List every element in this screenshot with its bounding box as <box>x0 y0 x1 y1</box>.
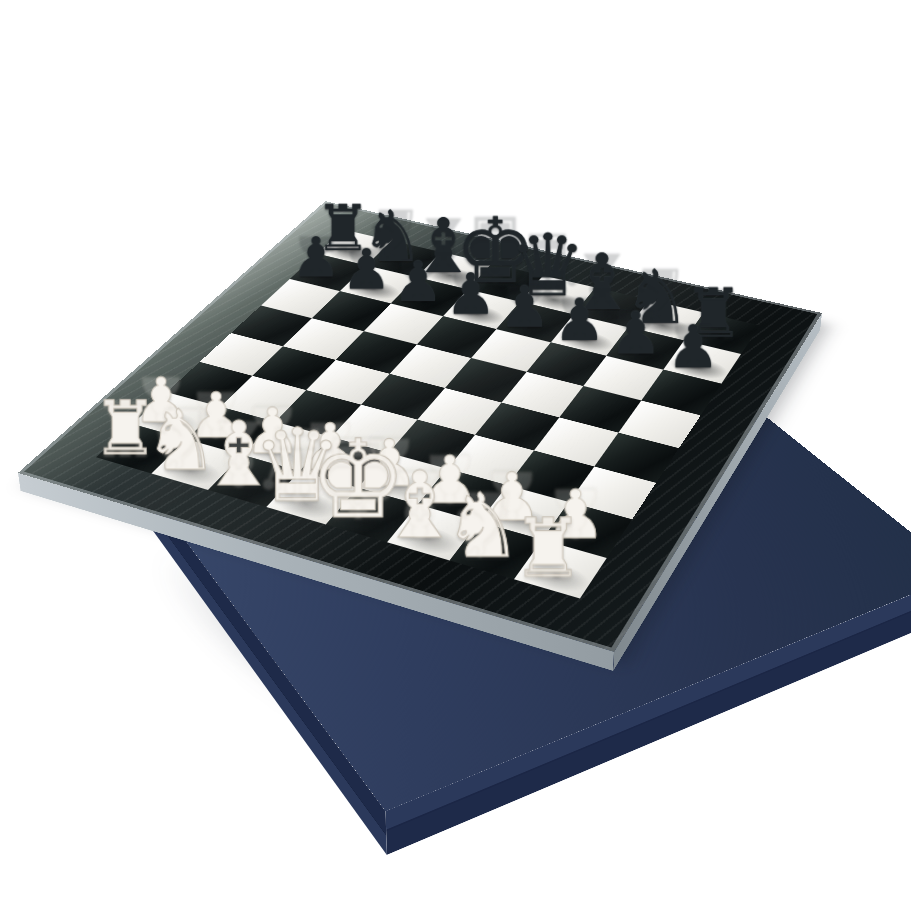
square-h7[interactable]: ♟ <box>663 340 741 383</box>
black-pawn-h7[interactable]: ♟ <box>667 319 720 375</box>
white-rook-h1[interactable]: ♜ <box>512 510 585 587</box>
square-a4[interactable] <box>200 333 283 376</box>
black-pawn-a7[interactable]: ♟ <box>291 231 340 283</box>
marble-chess-set-photo: ♜♞♝♚♛♝♞♜♟♟♟♟♟♟♟♟♟♟♟♟♟♟♟♟♜♞♝♛♚♝♞♜ <box>0 0 911 911</box>
black-pawn-d7[interactable]: ♟ <box>445 267 496 321</box>
black-pawn-e7[interactable]: ♟ <box>499 280 551 335</box>
black-pawn-f7[interactable]: ♟ <box>553 293 605 348</box>
black-pawn-c7[interactable]: ♟ <box>393 255 443 308</box>
black-pawn-b7[interactable]: ♟ <box>342 243 392 296</box>
black-pawn-g7[interactable]: ♟ <box>609 306 662 362</box>
